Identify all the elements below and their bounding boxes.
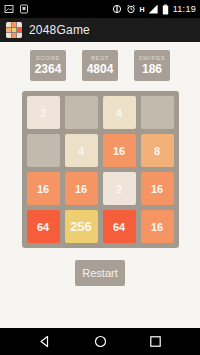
empty-cell-r0c3 — [141, 96, 174, 129]
empty-cell-r0c1 — [65, 96, 98, 129]
navigation-bar — [0, 328, 200, 355]
screenshot-notification-icon — [4, 4, 14, 14]
recents-icon[interactable] — [149, 335, 162, 348]
tile-16-r1c2: 16 — [103, 134, 136, 167]
back-icon[interactable] — [38, 335, 51, 348]
tile-4-r1c1: 4 — [65, 134, 98, 167]
restart-button[interactable]: Restart — [75, 260, 125, 286]
home-icon[interactable] — [94, 335, 107, 348]
tile-2-r2c2: 2 — [103, 172, 136, 205]
tile-256-r3c1: 256 — [65, 210, 98, 243]
score-value: 2364 — [35, 63, 62, 76]
clock: 11:19 — [173, 4, 196, 14]
score-box: SCORE 2364 — [30, 50, 66, 81]
game-board[interactable]: 2441681616216642566416 — [22, 91, 179, 248]
network-type-label: H — [140, 6, 145, 13]
battery-icon — [162, 4, 169, 15]
tile-2-r0c0: 2 — [27, 96, 60, 129]
tile-64-r3c0: 64 — [27, 210, 60, 243]
tile-16-r2c1: 16 — [65, 172, 98, 205]
best-box: BEST 4804 — [82, 50, 118, 81]
2048-app-icon — [6, 22, 22, 38]
app-title: 2048Game — [29, 23, 90, 37]
stats-row: SCORE 2364 BEST 4804 SWIPES 186 — [0, 50, 200, 81]
app-bar: 2048Game — [0, 18, 200, 42]
empty-cell-r1c0 — [27, 134, 60, 167]
swipes-box: SWIPES 186 — [134, 50, 170, 81]
tile-8-r1c3: 8 — [141, 134, 174, 167]
tile-4-r0c2: 4 — [103, 96, 136, 129]
tile-16-r2c3: 16 — [141, 172, 174, 205]
tile-64-r3c2: 64 — [103, 210, 136, 243]
tile-16-r2c0: 16 — [27, 172, 60, 205]
best-value: 4804 — [87, 63, 114, 76]
alarm-icon — [126, 4, 136, 14]
swipes-value: 186 — [142, 63, 162, 76]
tile-16-r3c3: 16 — [141, 210, 174, 243]
data-saver-icon — [112, 4, 122, 14]
signal-icon — [149, 5, 158, 14]
app-notification-icon — [19, 4, 29, 14]
status-bar: H 11:19 — [0, 0, 200, 18]
